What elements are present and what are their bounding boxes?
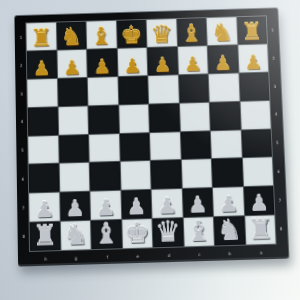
piece-gold-queen-d1[interactable]: ♛ — [150, 22, 173, 47]
piece-silver-queen-d8[interactable]: ♛ — [155, 218, 181, 247]
square-e4[interactable] — [119, 104, 149, 132]
file-label-f: f — [96, 252, 118, 261]
piece-silver-bishop-c8[interactable]: ♝ — [185, 217, 211, 246]
square-a2[interactable]: ♟ — [238, 44, 268, 72]
rank-label-right-5: 5 — [273, 132, 281, 153]
rank-label-left-8: 8 — [20, 226, 28, 247]
square-d8[interactable]: ♛ — [152, 218, 183, 247]
rank-label-right-2: 2 — [270, 48, 278, 68]
square-b1[interactable]: ♞ — [207, 17, 237, 45]
board-frame: ♜♞♝♚♛♝♞♜♟♟♟♟♟♟♟♟♟♟♟♟♟♟♟♟♜♞♝♚♛♝♞♜ hgfedcb… — [14, 7, 289, 266]
rank-label-right-7: 7 — [276, 189, 284, 210]
piece-gold-knight-g1[interactable]: ♞ — [60, 25, 83, 50]
board-grid: ♜♞♝♚♛♝♞♜♟♟♟♟♟♟♟♟♟♟♟♟♟♟♟♟♜♞♝♚♛♝♞♜ — [26, 16, 275, 251]
photo-scene: ♜♞♝♚♛♝♞♜♟♟♟♟♟♟♟♟♟♟♟♟♟♟♟♟♜♞♝♚♛♝♞♜ hgfedcb… — [0, 0, 300, 300]
square-a8[interactable]: ♜ — [245, 216, 276, 245]
square-c8[interactable]: ♝ — [183, 217, 214, 246]
square-f6[interactable] — [90, 162, 120, 191]
square-d6[interactable] — [151, 160, 181, 189]
rank-label-left-5: 5 — [19, 140, 27, 161]
board-perspective: ♜♞♝♚♛♝♞♜♟♟♟♟♟♟♟♟♟♟♟♟♟♟♟♟♜♞♝♚♛♝♞♜ hgfedcb… — [14, 7, 289, 266]
square-e2[interactable]: ♟ — [117, 48, 147, 76]
piece-silver-rook-a8[interactable]: ♜ — [247, 215, 274, 244]
square-c6[interactable] — [181, 159, 212, 188]
square-h2[interactable]: ♟ — [27, 51, 57, 79]
piece-gold-pawn-d2[interactable]: ♟ — [153, 55, 171, 75]
square-f7[interactable]: ♟ — [90, 191, 120, 220]
square-h3[interactable] — [27, 79, 57, 107]
square-h8[interactable]: ♜ — [30, 222, 60, 251]
square-b2[interactable]: ♟ — [208, 45, 238, 73]
square-g1[interactable]: ♞ — [56, 22, 86, 50]
file-label-d: d — [157, 250, 179, 259]
piece-gold-pawn-g2[interactable]: ♟ — [63, 57, 81, 77]
piece-gold-bishop-f1[interactable]: ♝ — [90, 24, 113, 49]
square-f5[interactable] — [89, 134, 119, 163]
piece-gold-bishop-c1[interactable]: ♝ — [180, 21, 203, 46]
file-label-h: h — [34, 254, 56, 263]
square-f2[interactable]: ♟ — [87, 49, 117, 77]
square-e5[interactable] — [119, 133, 149, 162]
square-f8[interactable]: ♝ — [91, 220, 121, 249]
rank-label-left-6: 6 — [19, 168, 27, 189]
rank-label-left-7: 7 — [20, 197, 28, 218]
file-label-g: g — [65, 253, 87, 262]
square-e1[interactable]: ♚ — [117, 20, 147, 48]
square-b4[interactable] — [210, 102, 240, 130]
piece-gold-pawn-c2[interactable]: ♟ — [184, 54, 202, 74]
square-c1[interactable]: ♝ — [177, 18, 207, 46]
square-b7[interactable]: ♟ — [213, 187, 244, 216]
piece-gold-pawn-f2[interactable]: ♟ — [93, 57, 111, 77]
piece-gold-rook-h1[interactable]: ♜ — [30, 25, 53, 50]
square-a5[interactable] — [241, 129, 272, 158]
square-g7[interactable]: ♟ — [60, 192, 90, 221]
piece-gold-pawn-e2[interactable]: ♟ — [123, 56, 141, 76]
square-h4[interactable] — [28, 107, 58, 135]
square-a6[interactable] — [242, 158, 273, 187]
rank-label-right-1: 1 — [268, 20, 276, 40]
square-g3[interactable] — [58, 78, 88, 106]
square-b8[interactable]: ♞ — [214, 216, 245, 245]
piece-silver-knight-g8[interactable]: ♞ — [63, 221, 89, 250]
square-h7[interactable]: ♟ — [29, 193, 59, 222]
square-c7[interactable]: ♟ — [182, 188, 213, 217]
square-f3[interactable] — [88, 77, 118, 105]
square-h1[interactable]: ♜ — [26, 23, 56, 51]
square-e6[interactable] — [120, 161, 150, 190]
square-c4[interactable] — [179, 102, 209, 130]
square-g8[interactable]: ♞ — [60, 221, 90, 250]
piece-gold-pawn-h2[interactable]: ♟ — [33, 58, 51, 78]
chess-board: ♜♞♝♚♛♝♞♜♟♟♟♟♟♟♟♟♟♟♟♟♟♟♟♟♜♞♝♚♛♝♞♜ hgfedcb… — [12, 4, 287, 266]
square-g4[interactable] — [58, 106, 88, 134]
square-g5[interactable] — [59, 134, 89, 163]
piece-gold-king-e1[interactable]: ♚ — [120, 23, 143, 48]
square-f1[interactable]: ♝ — [86, 21, 116, 49]
square-c2[interactable]: ♟ — [178, 46, 208, 74]
rank-label-right-6: 6 — [274, 161, 282, 182]
square-e7[interactable]: ♟ — [121, 190, 151, 219]
rank-label-left-3: 3 — [18, 83, 25, 103]
file-label-a: a — [249, 248, 271, 257]
square-d4[interactable] — [149, 103, 179, 131]
square-c3[interactable] — [178, 74, 208, 102]
square-d5[interactable] — [150, 132, 180, 161]
square-d3[interactable] — [148, 75, 178, 103]
piece-silver-king-e8[interactable]: ♚ — [124, 219, 150, 248]
square-b5[interactable] — [211, 130, 242, 159]
rank-label-left-2: 2 — [17, 55, 24, 75]
file-label-e: e — [127, 251, 149, 260]
piece-gold-knight-b1[interactable]: ♞ — [210, 20, 233, 45]
rank-label-right-3: 3 — [271, 76, 279, 96]
file-label-b: b — [219, 248, 241, 257]
file-label-c: c — [188, 249, 210, 258]
square-e8[interactable]: ♚ — [122, 219, 153, 248]
rank-label-right-8: 8 — [277, 218, 285, 239]
rank-label-left-1: 1 — [17, 27, 24, 47]
square-h6[interactable] — [29, 164, 59, 193]
square-a3[interactable] — [239, 72, 269, 100]
square-b3[interactable] — [209, 73, 239, 101]
square-a7[interactable]: ♟ — [244, 187, 275, 216]
square-h5[interactable] — [28, 135, 58, 164]
rank-label-left-4: 4 — [18, 111, 25, 132]
square-d7[interactable]: ♟ — [152, 189, 183, 218]
square-a4[interactable] — [240, 101, 271, 129]
square-a1[interactable]: ♜ — [237, 16, 267, 44]
square-g6[interactable] — [59, 163, 89, 192]
square-c5[interactable] — [180, 131, 210, 160]
piece-silver-bishop-f8[interactable]: ♝ — [93, 220, 119, 249]
square-d1[interactable]: ♛ — [147, 19, 177, 47]
square-e3[interactable] — [118, 76, 148, 104]
square-f4[interactable] — [88, 105, 118, 133]
piece-gold-pawn-a2[interactable]: ♟ — [244, 52, 263, 72]
piece-gold-pawn-b2[interactable]: ♟ — [214, 53, 233, 73]
piece-silver-knight-b8[interactable]: ♞ — [216, 216, 242, 245]
piece-gold-rook-a1[interactable]: ♜ — [240, 19, 263, 44]
square-d2[interactable]: ♟ — [147, 47, 177, 75]
square-g2[interactable]: ♟ — [57, 50, 87, 78]
rank-label-right-4: 4 — [272, 104, 280, 125]
square-b6[interactable] — [212, 159, 243, 188]
piece-silver-rook-h8[interactable]: ♜ — [32, 222, 58, 251]
